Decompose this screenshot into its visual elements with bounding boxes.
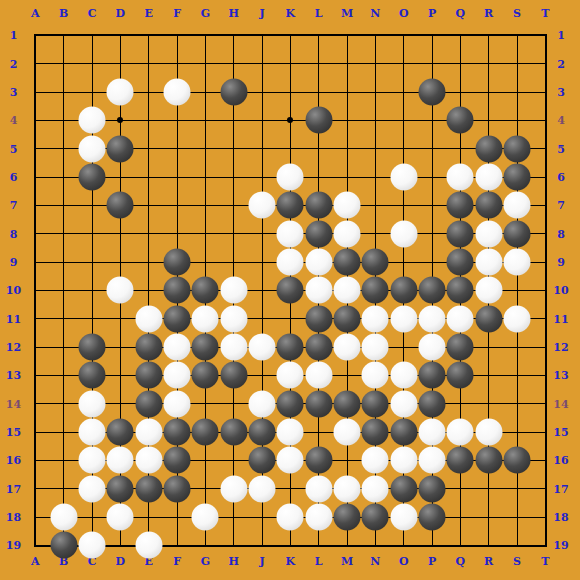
white-stone (362, 305, 389, 332)
coordinate-label: P (428, 556, 436, 567)
coordinate-label: 18 (553, 512, 568, 523)
white-stone (362, 362, 389, 389)
white-stone (249, 390, 276, 417)
white-stone (249, 475, 276, 502)
coordinate-label: 6 (10, 172, 18, 183)
coordinate-label: C (88, 8, 97, 19)
white-stone (504, 249, 531, 276)
white-stone (334, 220, 361, 247)
coordinate-label: 14 (6, 398, 21, 409)
white-stone (362, 447, 389, 474)
black-stone (164, 475, 191, 502)
coordinate-label: Q (456, 8, 466, 19)
black-stone (107, 419, 134, 446)
white-stone (277, 164, 304, 191)
black-stone (277, 334, 304, 361)
black-stone (135, 475, 162, 502)
coordinate-label: 10 (6, 285, 21, 296)
black-stone (447, 192, 474, 219)
black-stone (504, 447, 531, 474)
white-stone (249, 192, 276, 219)
coordinate-label: J (259, 556, 264, 567)
coordinate-label: D (116, 556, 126, 567)
coordinate-label: 19 (6, 540, 21, 551)
black-stone (79, 362, 106, 389)
white-stone (107, 447, 134, 474)
coordinate-label: M (341, 556, 353, 567)
coordinate-label: 9 (10, 257, 18, 268)
white-stone (305, 362, 332, 389)
white-stone (79, 107, 106, 134)
coordinate-label: S (513, 8, 521, 19)
black-stone (334, 504, 361, 531)
black-stone (362, 390, 389, 417)
black-stone (475, 192, 502, 219)
white-stone (475, 277, 502, 304)
black-stone (362, 277, 389, 304)
white-stone (419, 334, 446, 361)
coordinate-label: 5 (10, 143, 18, 154)
white-stone (79, 419, 106, 446)
coordinate-label: 7 (557, 200, 565, 211)
black-stone (419, 277, 446, 304)
black-stone (164, 249, 191, 276)
black-stone (305, 447, 332, 474)
black-stone (447, 249, 474, 276)
coordinate-label: K (286, 556, 296, 567)
coordinate-label: R (484, 8, 493, 19)
coordinate-label: 1 (10, 30, 18, 41)
white-stone (362, 475, 389, 502)
coordinate-label: D (116, 8, 126, 19)
coordinate-label: 16 (553, 455, 568, 466)
coordinate-label: T (541, 8, 549, 19)
white-stone (249, 334, 276, 361)
white-stone (164, 79, 191, 106)
black-stone (164, 447, 191, 474)
black-stone (305, 390, 332, 417)
white-stone (135, 419, 162, 446)
coordinate-label: G (201, 8, 210, 19)
coordinate-label: 3 (557, 87, 565, 98)
black-stone (107, 475, 134, 502)
black-stone (192, 334, 219, 361)
coordinate-label: A (31, 556, 40, 567)
white-stone (334, 277, 361, 304)
coordinate-label: 4 (557, 115, 565, 126)
white-stone (164, 362, 191, 389)
coordinate-label: A (31, 8, 40, 19)
go-board[interactable]: AABBCCDDEEFFGGHHJJKKLLMMNNOOPPQQRRSSTT11… (0, 0, 580, 580)
white-stone (390, 305, 417, 332)
black-stone (504, 164, 531, 191)
coordinate-label: 2 (10, 58, 18, 69)
white-stone (475, 164, 502, 191)
coordinate-label: 13 (6, 370, 21, 381)
black-stone (504, 220, 531, 247)
white-stone (334, 334, 361, 361)
white-stone (504, 192, 531, 219)
white-stone (390, 390, 417, 417)
star-point (287, 117, 293, 123)
black-stone (504, 135, 531, 162)
black-stone (135, 334, 162, 361)
white-stone (79, 135, 106, 162)
black-stone (305, 107, 332, 134)
black-stone (249, 447, 276, 474)
black-stone (277, 277, 304, 304)
white-stone (135, 305, 162, 332)
white-stone (334, 475, 361, 502)
white-stone (334, 192, 361, 219)
white-stone (135, 447, 162, 474)
white-stone (305, 475, 332, 502)
white-stone (390, 504, 417, 531)
coordinate-label: O (399, 556, 409, 567)
white-stone (447, 419, 474, 446)
coordinate-label: 5 (557, 143, 565, 154)
white-stone (504, 305, 531, 332)
coordinate-label: 7 (10, 200, 18, 211)
white-stone (305, 249, 332, 276)
white-stone (164, 334, 191, 361)
coordinate-label: 16 (6, 455, 21, 466)
black-stone (419, 79, 446, 106)
coordinate-label: 17 (6, 483, 21, 494)
black-stone (334, 305, 361, 332)
coordinate-label: F (173, 556, 181, 567)
black-stone (390, 277, 417, 304)
coordinate-label: R (484, 556, 493, 567)
coordinate-label: 12 (6, 342, 21, 353)
coordinate-label: 12 (553, 342, 568, 353)
black-stone (220, 362, 247, 389)
coordinate-label: 15 (553, 427, 568, 438)
coordinate-label: O (399, 8, 409, 19)
black-stone (79, 164, 106, 191)
white-stone (79, 532, 106, 559)
black-stone (447, 447, 474, 474)
white-stone (277, 249, 304, 276)
white-stone (79, 475, 106, 502)
coordinate-label: G (201, 556, 210, 567)
coordinate-label: 3 (10, 87, 18, 98)
black-stone (362, 249, 389, 276)
black-stone (107, 192, 134, 219)
black-stone (305, 192, 332, 219)
white-stone (390, 362, 417, 389)
black-stone (475, 447, 502, 474)
white-stone (447, 164, 474, 191)
coordinate-label: 18 (6, 512, 21, 523)
black-stone (362, 419, 389, 446)
white-stone (220, 277, 247, 304)
coordinate-label: 6 (557, 172, 565, 183)
star-point (117, 117, 123, 123)
black-stone (419, 362, 446, 389)
coordinate-label: B (59, 8, 68, 19)
white-stone (107, 79, 134, 106)
black-stone (419, 475, 446, 502)
black-stone (220, 419, 247, 446)
coordinate-label: 4 (10, 115, 18, 126)
white-stone (277, 362, 304, 389)
black-stone (220, 79, 247, 106)
coordinate-label: 11 (6, 313, 21, 324)
black-stone (334, 390, 361, 417)
white-stone (390, 164, 417, 191)
black-stone (447, 277, 474, 304)
white-stone (277, 504, 304, 531)
coordinate-label: 11 (553, 313, 568, 324)
white-stone (164, 390, 191, 417)
black-stone (390, 419, 417, 446)
coordinate-label: E (145, 8, 153, 19)
black-stone (164, 277, 191, 304)
white-stone (79, 390, 106, 417)
white-stone (419, 305, 446, 332)
coordinate-label: N (370, 556, 380, 567)
white-stone (390, 220, 417, 247)
white-stone (220, 334, 247, 361)
coordinate-label: M (341, 8, 353, 19)
white-stone (220, 305, 247, 332)
white-stone (277, 220, 304, 247)
coordinate-label: S (513, 556, 521, 567)
black-stone (192, 419, 219, 446)
black-stone (447, 334, 474, 361)
black-stone (277, 390, 304, 417)
white-stone (475, 419, 502, 446)
black-stone (390, 475, 417, 502)
coordinate-label: 10 (553, 285, 568, 296)
black-stone (249, 419, 276, 446)
white-stone (220, 475, 247, 502)
black-stone (305, 334, 332, 361)
coordinate-label: 9 (557, 257, 565, 268)
black-stone (192, 277, 219, 304)
black-stone (305, 305, 332, 332)
coordinate-label: 2 (557, 58, 565, 69)
coordinate-label: P (428, 8, 436, 19)
white-stone (447, 305, 474, 332)
white-stone (277, 419, 304, 446)
white-stone (277, 447, 304, 474)
black-stone (164, 419, 191, 446)
coordinate-label: Q (456, 556, 466, 567)
black-stone (447, 107, 474, 134)
black-stone (50, 532, 77, 559)
coordinate-label: 8 (557, 228, 565, 239)
black-stone (192, 362, 219, 389)
white-stone (390, 447, 417, 474)
white-stone (419, 419, 446, 446)
black-stone (135, 362, 162, 389)
white-stone (362, 334, 389, 361)
white-stone (419, 447, 446, 474)
coordinate-label: 1 (557, 30, 565, 41)
black-stone (334, 249, 361, 276)
white-stone (475, 249, 502, 276)
white-stone (192, 504, 219, 531)
white-stone (107, 277, 134, 304)
black-stone (447, 362, 474, 389)
black-stone (107, 135, 134, 162)
black-stone (79, 334, 106, 361)
white-stone (192, 305, 219, 332)
coordinate-label: L (315, 556, 323, 567)
black-stone (419, 504, 446, 531)
white-stone (334, 419, 361, 446)
coordinate-label: 17 (553, 483, 568, 494)
black-stone (447, 220, 474, 247)
coordinate-label: K (286, 8, 296, 19)
black-stone (362, 504, 389, 531)
white-stone (107, 504, 134, 531)
black-stone (277, 192, 304, 219)
coordinate-label: H (229, 556, 239, 567)
coordinate-label: L (315, 8, 323, 19)
coordinate-label: H (229, 8, 239, 19)
coordinate-label: 19 (553, 540, 568, 551)
white-stone (79, 447, 106, 474)
coordinate-label: 8 (10, 228, 18, 239)
coordinate-label: T (541, 556, 549, 567)
white-stone (475, 220, 502, 247)
black-stone (135, 390, 162, 417)
black-stone (164, 305, 191, 332)
coordinate-label: N (370, 8, 380, 19)
white-stone (305, 504, 332, 531)
white-stone (50, 504, 77, 531)
black-stone (475, 305, 502, 332)
white-stone (135, 532, 162, 559)
black-stone (305, 220, 332, 247)
coordinate-label: J (259, 8, 264, 19)
white-stone (305, 277, 332, 304)
black-stone (419, 390, 446, 417)
coordinate-label: F (173, 8, 181, 19)
black-stone (475, 135, 502, 162)
coordinate-label: 15 (6, 427, 21, 438)
coordinate-label: 13 (553, 370, 568, 381)
coordinate-label: 14 (553, 398, 568, 409)
